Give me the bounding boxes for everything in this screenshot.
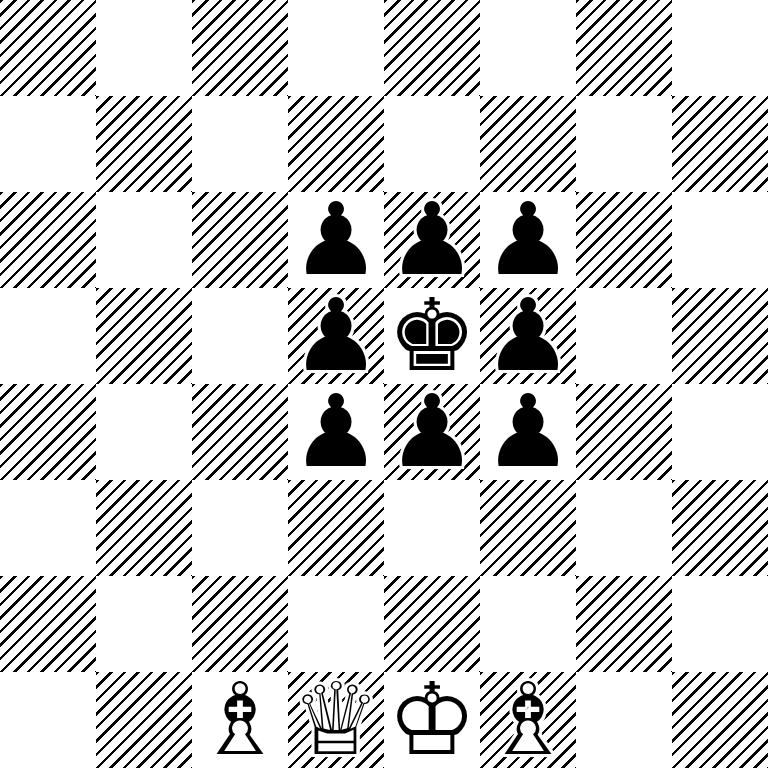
square-d8[interactable] xyxy=(288,0,384,96)
square-f6[interactable]: ♟ xyxy=(480,192,576,288)
square-b8[interactable] xyxy=(96,0,192,96)
square-d1[interactable]: ♛♕ xyxy=(288,672,384,768)
square-a1[interactable] xyxy=(0,672,96,768)
black-pawn-glyph: ♟ xyxy=(288,288,384,384)
white-bishop-f1[interactable]: ♝♗ xyxy=(480,672,576,768)
white-king-e1[interactable]: ♚♔ xyxy=(384,672,480,768)
black-pawn-e4[interactable]: ♟ xyxy=(384,384,480,480)
black-pawn-glyph: ♟ xyxy=(480,288,576,384)
square-d6[interactable]: ♟ xyxy=(288,192,384,288)
square-e6[interactable]: ♟ xyxy=(384,192,480,288)
square-d5[interactable]: ♟ xyxy=(288,288,384,384)
chess-board: ♟♟♟♟♚♟♟♟♟♝♗♛♕♚♔♝♗ xyxy=(0,0,768,768)
square-g5[interactable] xyxy=(576,288,672,384)
square-a7[interactable] xyxy=(0,96,96,192)
square-e8[interactable] xyxy=(384,0,480,96)
square-f5[interactable]: ♟ xyxy=(480,288,576,384)
square-f2[interactable] xyxy=(480,576,576,672)
square-g8[interactable] xyxy=(576,0,672,96)
black-king-glyph: ♚ xyxy=(384,288,480,384)
square-e7[interactable] xyxy=(384,96,480,192)
square-g4[interactable] xyxy=(576,384,672,480)
square-c8[interactable] xyxy=(192,0,288,96)
black-pawn-glyph: ♟ xyxy=(384,384,480,480)
square-f4[interactable]: ♟ xyxy=(480,384,576,480)
white-queen-d1[interactable]: ♛♕ xyxy=(288,672,384,768)
black-pawn-f4[interactable]: ♟ xyxy=(480,384,576,480)
square-c1[interactable]: ♝♗ xyxy=(192,672,288,768)
square-a5[interactable] xyxy=(0,288,96,384)
square-b6[interactable] xyxy=(96,192,192,288)
square-b3[interactable] xyxy=(96,480,192,576)
square-f8[interactable] xyxy=(480,0,576,96)
square-b4[interactable] xyxy=(96,384,192,480)
square-a8[interactable] xyxy=(0,0,96,96)
square-c7[interactable] xyxy=(192,96,288,192)
square-e3[interactable] xyxy=(384,480,480,576)
black-pawn-d4[interactable]: ♟ xyxy=(288,384,384,480)
square-h2[interactable] xyxy=(672,576,768,672)
square-h6[interactable] xyxy=(672,192,768,288)
square-d7[interactable] xyxy=(288,96,384,192)
square-h5[interactable] xyxy=(672,288,768,384)
black-pawn-glyph: ♟ xyxy=(480,192,576,288)
square-a2[interactable] xyxy=(0,576,96,672)
black-king-e5[interactable]: ♚ xyxy=(384,288,480,384)
square-c5[interactable] xyxy=(192,288,288,384)
square-d2[interactable] xyxy=(288,576,384,672)
square-a4[interactable] xyxy=(0,384,96,480)
square-f3[interactable] xyxy=(480,480,576,576)
black-pawn-f6[interactable]: ♟ xyxy=(480,192,576,288)
square-h7[interactable] xyxy=(672,96,768,192)
square-h8[interactable] xyxy=(672,0,768,96)
black-pawn-f5[interactable]: ♟ xyxy=(480,288,576,384)
square-c2[interactable] xyxy=(192,576,288,672)
square-h1[interactable] xyxy=(672,672,768,768)
square-f7[interactable] xyxy=(480,96,576,192)
square-c3[interactable] xyxy=(192,480,288,576)
black-pawn-glyph: ♟ xyxy=(384,192,480,288)
chess-board-window: ♟♟♟♟♚♟♟♟♟♝♗♛♕♚♔♝♗ xyxy=(0,0,768,768)
black-pawn-e6[interactable]: ♟ xyxy=(384,192,480,288)
square-c6[interactable] xyxy=(192,192,288,288)
square-e4[interactable]: ♟ xyxy=(384,384,480,480)
black-pawn-d5[interactable]: ♟ xyxy=(288,288,384,384)
square-g2[interactable] xyxy=(576,576,672,672)
white-bishop-glyph: ♗ xyxy=(480,672,576,768)
square-d3[interactable] xyxy=(288,480,384,576)
white-bishop-glyph: ♗ xyxy=(192,672,288,768)
square-g6[interactable] xyxy=(576,192,672,288)
square-b2[interactable] xyxy=(96,576,192,672)
white-bishop-c1[interactable]: ♝♗ xyxy=(192,672,288,768)
square-g3[interactable] xyxy=(576,480,672,576)
square-a3[interactable] xyxy=(0,480,96,576)
square-h4[interactable] xyxy=(672,384,768,480)
square-g7[interactable] xyxy=(576,96,672,192)
square-b7[interactable] xyxy=(96,96,192,192)
white-king-glyph: ♔ xyxy=(384,672,480,768)
square-c4[interactable] xyxy=(192,384,288,480)
square-g1[interactable] xyxy=(576,672,672,768)
square-f1[interactable]: ♝♗ xyxy=(480,672,576,768)
black-pawn-d6[interactable]: ♟ xyxy=(288,192,384,288)
square-e2[interactable] xyxy=(384,576,480,672)
black-pawn-glyph: ♟ xyxy=(288,192,384,288)
black-pawn-glyph: ♟ xyxy=(480,384,576,480)
square-h3[interactable] xyxy=(672,480,768,576)
square-b1[interactable] xyxy=(96,672,192,768)
square-d4[interactable]: ♟ xyxy=(288,384,384,480)
square-e5[interactable]: ♚ xyxy=(384,288,480,384)
black-pawn-glyph: ♟ xyxy=(288,384,384,480)
square-b5[interactable] xyxy=(96,288,192,384)
white-queen-glyph: ♕ xyxy=(288,672,384,768)
square-e1[interactable]: ♚♔ xyxy=(384,672,480,768)
square-a6[interactable] xyxy=(0,192,96,288)
